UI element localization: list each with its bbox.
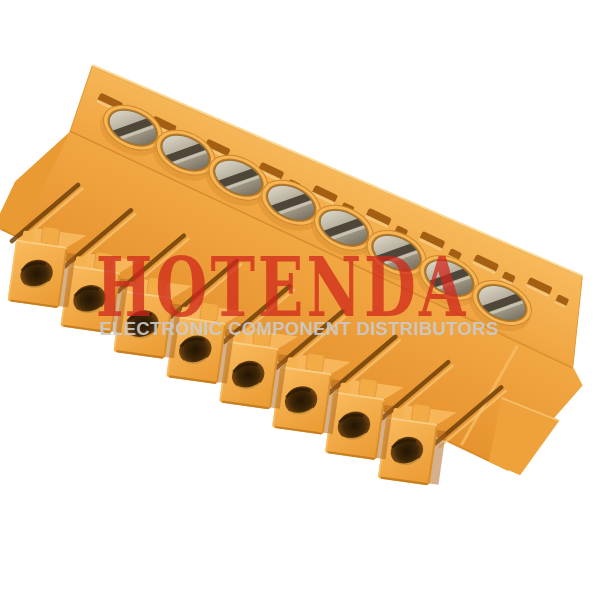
- terminal-block-illustration: [0, 0, 600, 600]
- product-photo: HOTENDA ELECTRONIC COMPONENT DISTRIBUTOR…: [0, 0, 600, 600]
